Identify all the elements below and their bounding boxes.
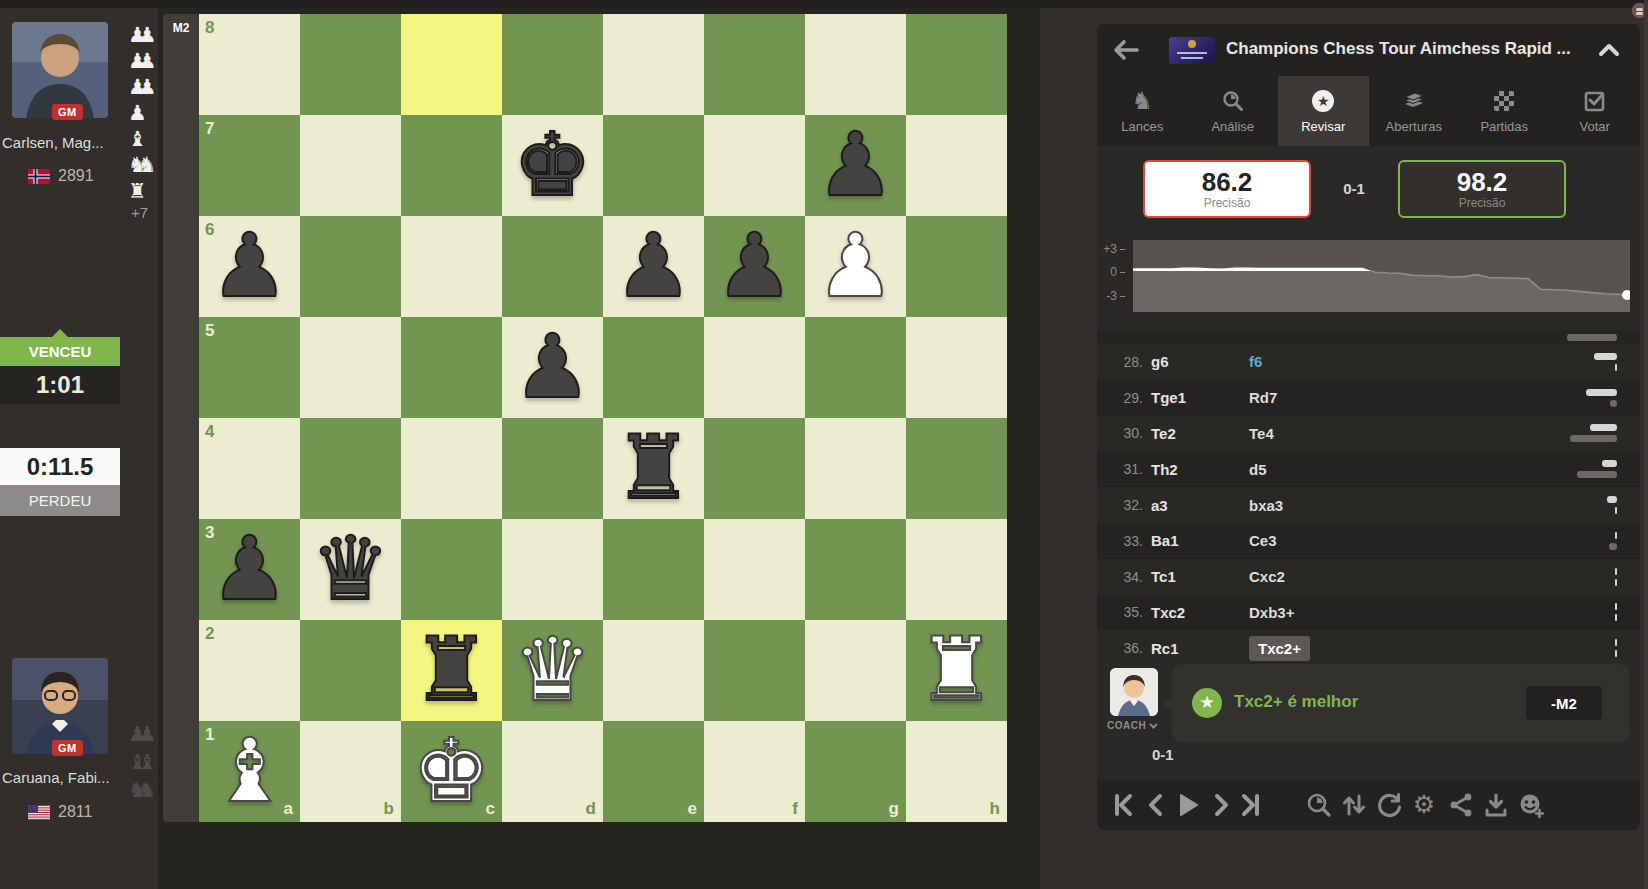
square-a2[interactable]: 2 bbox=[199, 620, 300, 721]
square-c6[interactable] bbox=[401, 216, 502, 317]
white-accuracy-card: 86.2 Precisão bbox=[1143, 160, 1311, 218]
square-a5[interactable]: 5 bbox=[199, 317, 300, 418]
captured-white-piece-icon: ♟♟ bbox=[128, 48, 157, 74]
white-accuracy-label: Precisão bbox=[1204, 196, 1251, 210]
knight-icon: ♞ bbox=[1131, 89, 1153, 113]
black-pawn: ♟ bbox=[704, 216, 805, 317]
move-number: 35. bbox=[1097, 604, 1143, 620]
bottom-result-badge: PERDEU bbox=[0, 485, 120, 516]
black-accuracy-label: Precisão bbox=[1459, 196, 1506, 210]
square-a4[interactable]: 4 bbox=[199, 418, 300, 519]
file-label-e: e bbox=[688, 799, 697, 819]
square-d3[interactable] bbox=[502, 519, 603, 620]
square-a8[interactable]: 8 bbox=[199, 14, 300, 115]
square-h5[interactable] bbox=[906, 317, 1007, 418]
reaction-smiley-button[interactable] bbox=[1517, 791, 1545, 819]
square-b4[interactable] bbox=[300, 418, 401, 519]
move-number: 31. bbox=[1097, 461, 1143, 477]
black-move[interactable]: Ce3 bbox=[1249, 532, 1277, 549]
magnifier-icon bbox=[1222, 89, 1244, 113]
square-c1[interactable]: c♚ bbox=[401, 721, 502, 822]
move-list: 28.g6f629.Tge1Rd730.Te2Te431.Th2d532.a3b… bbox=[1097, 330, 1640, 666]
square-c3[interactable] bbox=[401, 519, 502, 620]
square-d7[interactable]: ♚ bbox=[502, 115, 603, 216]
play-button[interactable] bbox=[1173, 791, 1201, 819]
game-result: 0-1 bbox=[1152, 746, 1174, 763]
captured-white-piece-icon: ♟ bbox=[128, 100, 157, 126]
white-bishop: ♝ bbox=[199, 721, 300, 822]
event-logo-crest bbox=[1188, 40, 1196, 48]
result-badge-notch bbox=[51, 329, 69, 338]
captured-black-piece-icon: ♝♝ bbox=[128, 748, 157, 776]
event-logo[interactable] bbox=[1169, 37, 1215, 64]
coach-message: Txc2+ é melhor bbox=[1234, 692, 1358, 712]
graph-ylabel-plus3: +3 bbox=[1099, 242, 1125, 256]
black-move[interactable]: Te4 bbox=[1249, 425, 1274, 442]
white-king: ♚ bbox=[401, 721, 502, 822]
coach-avatar[interactable] bbox=[1110, 668, 1158, 716]
white-rook: ♜ bbox=[906, 620, 1007, 721]
review-panel: Champions Chess Tour Aimchess Rapid ... … bbox=[1097, 24, 1640, 830]
captured-black-piece-icon: ♞♞ bbox=[128, 776, 157, 804]
white-time-bar bbox=[1607, 496, 1617, 503]
gm-badge-top: GM bbox=[52, 104, 83, 120]
white-time-bar bbox=[1615, 568, 1617, 575]
square-c2[interactable]: ♜ bbox=[401, 620, 502, 721]
white-time-bar bbox=[1602, 460, 1617, 467]
black-time-bar bbox=[1615, 650, 1617, 657]
evaluation-label: M2 bbox=[173, 21, 190, 35]
white-move[interactable]: Ba1 bbox=[1151, 532, 1249, 549]
time-bar bbox=[1567, 334, 1617, 341]
chevron-down-icon bbox=[1149, 720, 1157, 728]
rank-label-2: 2 bbox=[205, 624, 214, 644]
black-move[interactable]: Dxb3+ bbox=[1249, 604, 1294, 621]
captured-white-piece-icon: ♟♟ bbox=[128, 22, 157, 48]
square-f2[interactable] bbox=[704, 620, 805, 721]
square-f8[interactable] bbox=[704, 14, 805, 115]
file-label-b: b bbox=[384, 799, 394, 819]
move-number: 29. bbox=[1097, 390, 1143, 406]
rank-label-8: 8 bbox=[205, 18, 214, 38]
black-accuracy-value: 98.2 bbox=[1457, 168, 1508, 196]
square-f5[interactable] bbox=[704, 317, 805, 418]
go-to-start-button[interactable] bbox=[1109, 791, 1137, 819]
move-row-35: 35.Txc2Dxb3+ bbox=[1097, 595, 1640, 631]
tab-analise[interactable]: Análise bbox=[1188, 76, 1279, 146]
time-bars bbox=[1557, 424, 1617, 442]
black-time-bar bbox=[1610, 400, 1617, 407]
square-e3[interactable] bbox=[603, 519, 704, 620]
square-g2[interactable] bbox=[805, 620, 906, 721]
move-row-28: 28.g6f6 bbox=[1097, 344, 1640, 380]
black-time-bar bbox=[1615, 507, 1617, 514]
gm-badge-bottom: GM bbox=[52, 740, 83, 756]
square-e8[interactable] bbox=[603, 14, 704, 115]
black-move[interactable]: d5 bbox=[1249, 461, 1267, 478]
square-e7[interactable] bbox=[603, 115, 704, 216]
square-b6[interactable] bbox=[300, 216, 401, 317]
square-h6[interactable] bbox=[906, 216, 1007, 317]
mate-eval-badge: -M2 bbox=[1526, 686, 1602, 720]
white-time-bar bbox=[1615, 639, 1617, 646]
white-accuracy-value: 86.2 bbox=[1202, 168, 1253, 196]
settings-gear-button[interactable]: ⚙ bbox=[1410, 791, 1438, 819]
star-circle-icon: ★ bbox=[1312, 89, 1334, 113]
black-time-bar bbox=[1615, 614, 1617, 621]
black-time-bar bbox=[1570, 435, 1617, 442]
event-logo-text-line bbox=[1181, 57, 1203, 59]
black-rook: ♜ bbox=[401, 620, 502, 721]
move-row-30: 30.Te2Te4 bbox=[1097, 416, 1640, 452]
time-bars bbox=[1557, 460, 1617, 478]
square-d2[interactable]: ♛ bbox=[502, 620, 603, 721]
flip-board-button[interactable] bbox=[1340, 791, 1368, 819]
bottom-player-rating: 2811 bbox=[58, 803, 92, 821]
square-a3[interactable]: 3♟ bbox=[199, 519, 300, 620]
black-time-bar bbox=[1577, 471, 1617, 478]
square-c7[interactable] bbox=[401, 115, 502, 216]
square-f7[interactable] bbox=[704, 115, 805, 216]
white-move[interactable]: Te2 bbox=[1151, 425, 1249, 442]
white-move[interactable]: a3 bbox=[1151, 497, 1249, 514]
file-label-f: f bbox=[792, 799, 798, 819]
black-move[interactable]: bxa3 bbox=[1249, 497, 1283, 514]
move-row-29: 29.Tge1Rd7 bbox=[1097, 380, 1640, 416]
black-time-bar bbox=[1615, 579, 1617, 586]
graph-ylabel-zero: 0 bbox=[1099, 265, 1125, 279]
bottom-toolbar: ⚙ bbox=[1097, 780, 1640, 830]
square-g8[interactable] bbox=[805, 14, 906, 115]
square-f6[interactable]: ♟ bbox=[704, 216, 805, 317]
books-icon bbox=[1401, 89, 1427, 113]
white-move[interactable]: Tc1 bbox=[1151, 568, 1249, 585]
bottom-player-clock: 0:11.5 bbox=[0, 448, 120, 485]
square-b2[interactable] bbox=[300, 620, 401, 721]
black-pawn: ♟ bbox=[199, 519, 300, 620]
vote-check-icon bbox=[1584, 89, 1606, 113]
square-e1[interactable]: e bbox=[603, 721, 704, 822]
chessboard-icon bbox=[1494, 89, 1514, 113]
square-b7[interactable] bbox=[300, 115, 401, 216]
black-move[interactable]: Txc2+ bbox=[1249, 640, 1310, 657]
move-row-partial bbox=[1097, 330, 1640, 344]
square-a7[interactable]: 7 bbox=[199, 115, 300, 216]
move-row-32: 32.a3bxa3 bbox=[1097, 487, 1640, 523]
graph-ylabel-minus3: -3 bbox=[1099, 289, 1125, 303]
square-g5[interactable] bbox=[805, 317, 906, 418]
move-row-36: 36.Rc1Txc2+ bbox=[1097, 630, 1640, 666]
captured-by-white-tray: ♟♟♝♝♞♞ bbox=[128, 720, 157, 804]
move-number: 30. bbox=[1097, 425, 1143, 441]
move-number: 28. bbox=[1097, 354, 1143, 370]
event-logo-text-line bbox=[1177, 52, 1207, 54]
share-button[interactable] bbox=[1447, 791, 1475, 819]
board: 87♚♟6♟♟♟♟5♟4♜3♟♛2♜♛♜1a♝bc♚defgh bbox=[199, 14, 1007, 822]
captured-by-black-tray: ♟♟♟♟♟♟♟♝♞♞♜ bbox=[128, 22, 157, 204]
tab-votar[interactable]: Votar bbox=[1550, 76, 1641, 146]
top-result-badge: VENCEU bbox=[0, 337, 120, 366]
white-move[interactable]: Tge1 bbox=[1151, 389, 1249, 406]
coach-avatar-image bbox=[1110, 668, 1158, 716]
square-h7[interactable] bbox=[906, 115, 1007, 216]
square-h3[interactable] bbox=[906, 519, 1007, 620]
black-king: ♚ bbox=[502, 115, 603, 216]
square-b5[interactable] bbox=[300, 317, 401, 418]
move-row-34: 34.Tc1Cxc2 bbox=[1097, 559, 1640, 595]
square-b1[interactable]: b bbox=[300, 721, 401, 822]
black-queen: ♛ bbox=[300, 519, 401, 620]
square-f1[interactable]: f bbox=[704, 721, 805, 822]
square-h1[interactable]: h bbox=[906, 721, 1007, 822]
collapse-panel-button[interactable] bbox=[1596, 38, 1622, 62]
time-bars bbox=[1557, 639, 1617, 657]
tab-lances[interactable]: ♞ Lances bbox=[1097, 76, 1188, 146]
rank-label-4: 4 bbox=[205, 422, 214, 442]
file-label-g: g bbox=[889, 799, 899, 819]
square-c8[interactable] bbox=[401, 14, 502, 115]
square-d1[interactable]: d bbox=[502, 721, 603, 822]
square-e4[interactable]: ♜ bbox=[603, 418, 704, 519]
time-bars bbox=[1557, 353, 1617, 371]
evaluation-graph[interactable] bbox=[1133, 240, 1630, 312]
time-bars bbox=[1557, 603, 1617, 621]
white-time-bar bbox=[1615, 603, 1617, 610]
file-label-d: d bbox=[586, 799, 596, 819]
accuracy-result: 0-1 bbox=[1319, 180, 1389, 197]
white-time-bar bbox=[1586, 389, 1617, 396]
square-e2[interactable] bbox=[603, 620, 704, 721]
top-player-clock: 1:01 bbox=[0, 366, 120, 404]
square-d5[interactable]: ♟ bbox=[502, 317, 603, 418]
captured-white-piece-icon: ♞♞ bbox=[128, 152, 157, 178]
white-move[interactable]: g6 bbox=[1151, 353, 1249, 370]
back-arrow-icon bbox=[1111, 36, 1141, 64]
black-time-bar bbox=[1615, 364, 1617, 371]
move-row-33: 33.Ba1Ce3 bbox=[1097, 523, 1640, 559]
chevron-up-icon bbox=[1596, 38, 1622, 62]
gear-icon: ⚙ bbox=[1413, 791, 1435, 819]
page-scrollbar[interactable] bbox=[1644, 0, 1648, 889]
back-button[interactable] bbox=[1111, 36, 1141, 64]
time-bars bbox=[1557, 389, 1617, 407]
square-f4[interactable] bbox=[704, 418, 805, 519]
black-pawn: ♟ bbox=[603, 216, 704, 317]
white-pawn: ♟ bbox=[805, 216, 906, 317]
evaluation-bar: M2 bbox=[163, 14, 199, 822]
move-number: 36. bbox=[1097, 640, 1143, 656]
norway-flag-icon bbox=[28, 169, 50, 184]
white-move[interactable]: Th2 bbox=[1151, 461, 1249, 478]
rank-label-7: 7 bbox=[205, 119, 214, 139]
square-d8[interactable] bbox=[502, 14, 603, 115]
square-b8[interactable] bbox=[300, 14, 401, 115]
move-number: 33. bbox=[1097, 533, 1143, 549]
best-move-star-icon: ★ bbox=[1192, 688, 1222, 718]
square-g1[interactable]: g bbox=[805, 721, 906, 822]
file-label-h: h bbox=[990, 799, 1000, 819]
black-pawn: ♟ bbox=[502, 317, 603, 418]
usa-flag-icon bbox=[28, 805, 50, 820]
time-bars bbox=[1557, 532, 1617, 550]
square-h4[interactable] bbox=[906, 418, 1007, 519]
previous-move-button[interactable] bbox=[1142, 791, 1170, 819]
captured-white-piece-icon: ♜ bbox=[128, 178, 157, 204]
square-h2[interactable]: ♜ bbox=[906, 620, 1007, 721]
square-d4[interactable] bbox=[502, 418, 603, 519]
black-time-bar bbox=[1609, 543, 1617, 550]
white-queen: ♛ bbox=[502, 620, 603, 721]
refresh-button[interactable] bbox=[1375, 791, 1403, 819]
top-strip bbox=[0, 0, 1648, 8]
square-f3[interactable] bbox=[704, 519, 805, 620]
white-move[interactable]: Rc1 bbox=[1151, 640, 1249, 657]
square-g6[interactable]: ♟ bbox=[805, 216, 906, 317]
black-pawn: ♟ bbox=[805, 115, 906, 216]
black-accuracy-card: 98.2 Precisão bbox=[1398, 160, 1566, 218]
download-button[interactable] bbox=[1482, 791, 1510, 819]
time-bars bbox=[1557, 496, 1617, 514]
white-time-bar bbox=[1590, 424, 1617, 431]
square-g3[interactable] bbox=[805, 519, 906, 620]
white-time-bar bbox=[1615, 532, 1617, 539]
go-to-end-button[interactable] bbox=[1237, 791, 1265, 819]
black-move[interactable]: Cxc2 bbox=[1249, 568, 1285, 585]
square-d6[interactable] bbox=[502, 216, 603, 317]
white-move[interactable]: Txc2 bbox=[1151, 604, 1249, 621]
move-row-31: 31.Th2d5 bbox=[1097, 451, 1640, 487]
material-advantage: +7 bbox=[131, 204, 148, 221]
next-move-button[interactable] bbox=[1207, 791, 1235, 819]
square-a1[interactable]: 1a♝ bbox=[199, 721, 300, 822]
tab-revisar[interactable]: ★ Revisar bbox=[1278, 76, 1369, 146]
black-move[interactable]: Rd7 bbox=[1249, 389, 1277, 406]
panel-title: Champions Chess Tour Aimchess Rapid ... bbox=[1226, 39, 1586, 59]
square-b3[interactable]: ♛ bbox=[300, 519, 401, 620]
app-root: GM Carlsen, Mag... 2891 ♟♟♟♟♟♟♟♝♞♞♜ +7 V… bbox=[0, 0, 1648, 889]
coach-dropdown[interactable]: COACH bbox=[1107, 720, 1155, 731]
black-move[interactable]: f6 bbox=[1249, 353, 1262, 370]
tab-bar: ♞ Lances Análise ★ Revisar bbox=[1097, 76, 1640, 146]
square-g4[interactable] bbox=[805, 418, 906, 519]
square-h8[interactable] bbox=[906, 14, 1007, 115]
square-a6[interactable]: 6♟ bbox=[199, 216, 300, 317]
rank-label-5: 5 bbox=[205, 321, 214, 341]
move-number: 32. bbox=[1097, 497, 1143, 513]
tab-partidas[interactable]: Partidas bbox=[1459, 76, 1550, 146]
panel-header: Champions Chess Tour Aimchess Rapid ... bbox=[1097, 24, 1640, 76]
bubble-tail bbox=[1164, 696, 1172, 712]
coach-bubble: ★ Txc2+ é melhor -M2 bbox=[1172, 664, 1630, 742]
captured-white-piece-icon: ♟♟ bbox=[128, 74, 157, 100]
move-number: 34. bbox=[1097, 569, 1143, 585]
captured-white-piece-icon: ♝ bbox=[128, 126, 157, 152]
top-player-rating: 2891 bbox=[58, 167, 94, 185]
square-e5[interactable] bbox=[603, 317, 704, 418]
black-rook: ♜ bbox=[603, 418, 704, 519]
white-time-bar bbox=[1594, 353, 1617, 360]
analysis-magnifier-button[interactable] bbox=[1305, 791, 1333, 819]
captured-black-piece-icon: ♟♟ bbox=[128, 720, 157, 748]
black-pawn: ♟ bbox=[199, 216, 300, 317]
square-c5[interactable] bbox=[401, 317, 502, 418]
square-e6[interactable]: ♟ bbox=[603, 216, 704, 317]
square-g7[interactable]: ♟ bbox=[805, 115, 906, 216]
tab-aberturas[interactable]: Aberturas bbox=[1369, 76, 1460, 146]
time-bars bbox=[1557, 568, 1617, 586]
square-c4[interactable] bbox=[401, 418, 502, 519]
